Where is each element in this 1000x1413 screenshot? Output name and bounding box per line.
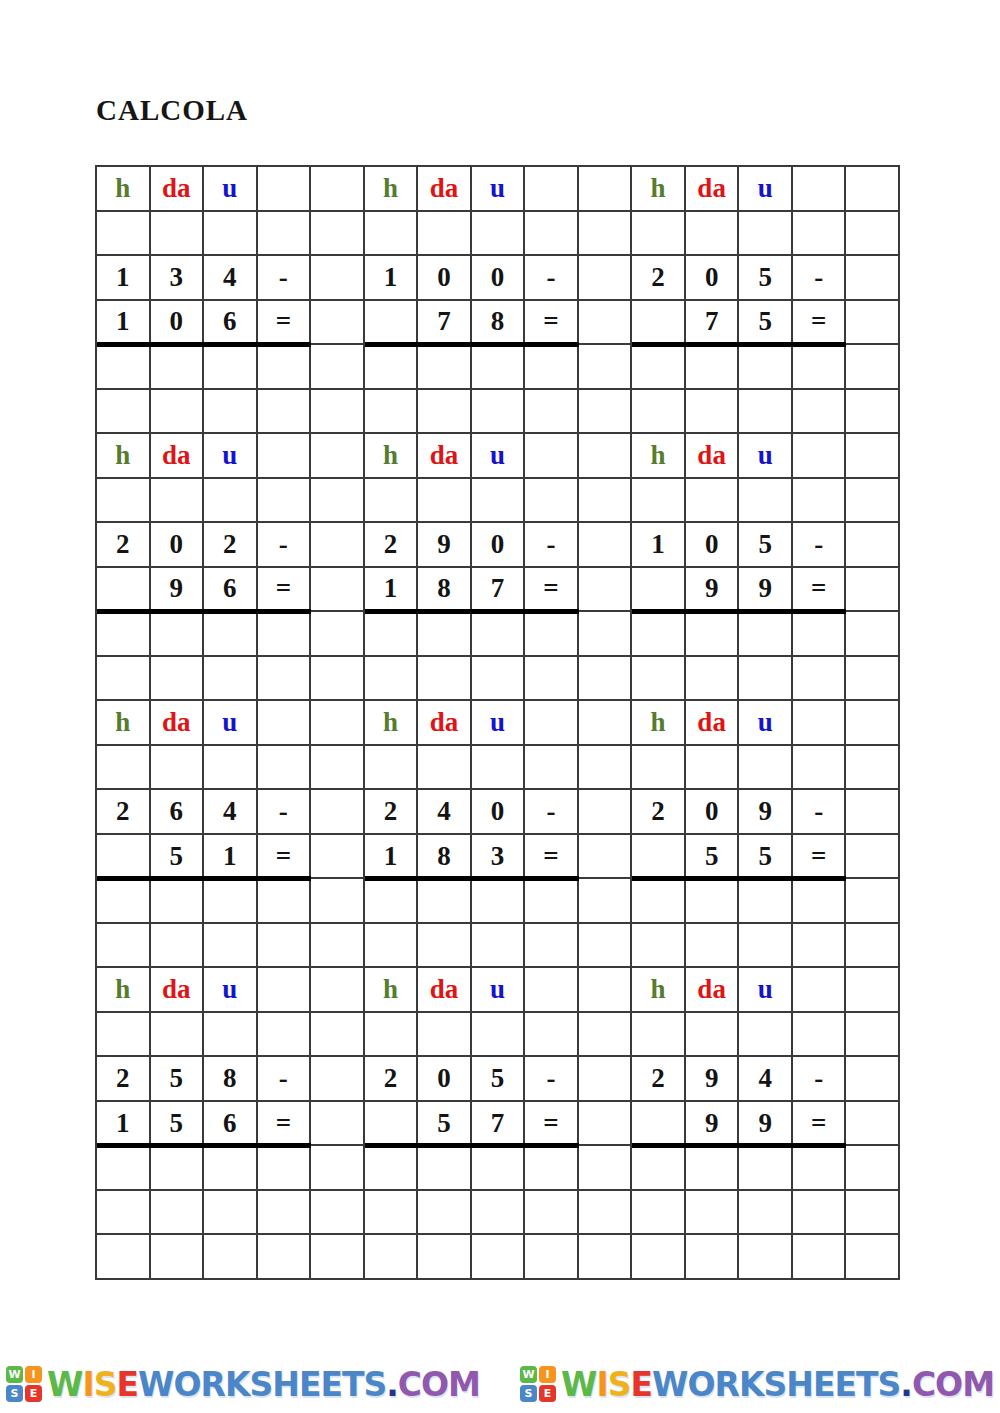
empty-cell bbox=[418, 924, 472, 969]
answer-cell[interactable] bbox=[365, 1146, 419, 1191]
place-header-cell: da bbox=[418, 434, 472, 479]
empty-cell bbox=[739, 924, 793, 969]
answer-cell[interactable] bbox=[793, 612, 847, 657]
digit-cell: 2 bbox=[365, 523, 419, 568]
digit-cell: 5 bbox=[739, 301, 793, 346]
digit-cell: 9 bbox=[739, 568, 793, 613]
empty-cell bbox=[846, 301, 900, 346]
empty-cell bbox=[418, 479, 472, 524]
digit-cell: 4 bbox=[204, 790, 258, 835]
digit-cell: 5 bbox=[739, 523, 793, 568]
wordmark-letter: C bbox=[912, 1365, 935, 1404]
operator-cell: = bbox=[258, 1102, 312, 1147]
digit-cell: 5 bbox=[151, 1102, 205, 1147]
digit-cell: 8 bbox=[472, 301, 526, 346]
empty-cell bbox=[686, 924, 740, 969]
empty-cell bbox=[311, 1191, 365, 1236]
empty-cell bbox=[311, 924, 365, 969]
empty-cell bbox=[365, 1235, 419, 1280]
place-header-cell: da bbox=[686, 434, 740, 479]
empty-cell bbox=[632, 301, 686, 346]
empty-cell bbox=[418, 1235, 472, 1280]
empty-cell bbox=[418, 657, 472, 702]
empty-cell bbox=[204, 1191, 258, 1236]
digit-cell: 3 bbox=[151, 256, 205, 301]
digit-cell: 9 bbox=[686, 1102, 740, 1147]
empty-cell bbox=[311, 523, 365, 568]
answer-cell[interactable] bbox=[632, 879, 686, 924]
empty-cell bbox=[632, 390, 686, 435]
digit-cell: 3 bbox=[472, 835, 526, 880]
operator-cell: - bbox=[525, 523, 579, 568]
place-header-cell: u bbox=[204, 968, 258, 1013]
empty-cell bbox=[258, 701, 312, 746]
empty-cell bbox=[579, 568, 633, 613]
empty-cell bbox=[365, 1191, 419, 1236]
logo-tile: S bbox=[520, 1385, 537, 1402]
place-header-cell: u bbox=[204, 167, 258, 212]
empty-cell bbox=[846, 1013, 900, 1058]
empty-cell bbox=[311, 1146, 365, 1191]
answer-underline bbox=[365, 876, 579, 881]
wordmark-letter: W bbox=[47, 1365, 82, 1404]
empty-cell bbox=[579, 301, 633, 346]
wordmark-letter: S bbox=[249, 1365, 272, 1404]
empty-cell bbox=[525, 746, 579, 791]
place-header-cell: da bbox=[151, 167, 205, 212]
answer-cell[interactable] bbox=[204, 345, 258, 390]
answer-cell[interactable] bbox=[525, 345, 579, 390]
answer-cell[interactable] bbox=[258, 345, 312, 390]
digit-cell: 9 bbox=[686, 1057, 740, 1102]
empty-cell bbox=[472, 212, 526, 257]
answer-cell[interactable] bbox=[258, 1146, 312, 1191]
empty-cell bbox=[258, 1235, 312, 1280]
wordmark-letter: M bbox=[962, 1365, 994, 1404]
empty-cell bbox=[793, 212, 847, 257]
empty-cell bbox=[204, 1235, 258, 1280]
operator-cell: = bbox=[525, 568, 579, 613]
empty-cell bbox=[632, 1102, 686, 1147]
empty-cell bbox=[579, 657, 633, 702]
empty-cell bbox=[579, 256, 633, 301]
wordmark-letter: O bbox=[421, 1365, 448, 1404]
wordmark-letter: T bbox=[856, 1365, 878, 1404]
empty-cell bbox=[365, 1013, 419, 1058]
answer-cell[interactable] bbox=[472, 879, 526, 924]
empty-cell bbox=[846, 657, 900, 702]
answer-cell[interactable] bbox=[632, 1146, 686, 1191]
answer-cell[interactable] bbox=[151, 879, 205, 924]
empty-cell bbox=[311, 835, 365, 880]
empty-cell bbox=[846, 212, 900, 257]
digit-cell: 1 bbox=[97, 301, 151, 346]
wordmark-letter: S bbox=[764, 1365, 787, 1404]
digit-cell: 5 bbox=[151, 835, 205, 880]
empty-cell bbox=[258, 390, 312, 435]
digit-cell: 5 bbox=[151, 1057, 205, 1102]
wordmark-letter: S bbox=[94, 1365, 117, 1404]
answer-cell[interactable] bbox=[151, 345, 205, 390]
place-header-cell: h bbox=[365, 701, 419, 746]
empty-cell bbox=[525, 390, 579, 435]
answer-cell[interactable] bbox=[472, 612, 526, 657]
place-header-cell: h bbox=[365, 434, 419, 479]
empty-cell bbox=[579, 835, 633, 880]
empty-cell bbox=[204, 924, 258, 969]
empty-cell bbox=[365, 479, 419, 524]
digit-cell: 6 bbox=[151, 790, 205, 835]
digit-cell: 6 bbox=[204, 301, 258, 346]
empty-cell bbox=[579, 924, 633, 969]
operator-cell: - bbox=[258, 256, 312, 301]
empty-cell bbox=[151, 1191, 205, 1236]
answer-cell[interactable] bbox=[97, 612, 151, 657]
wordmark-letter: . bbox=[900, 1365, 912, 1404]
place-header-cell: u bbox=[739, 701, 793, 746]
empty-cell bbox=[846, 345, 900, 390]
empty-cell bbox=[311, 657, 365, 702]
wordmark-letter: T bbox=[342, 1365, 364, 1404]
answer-cell[interactable] bbox=[97, 879, 151, 924]
answer-cell[interactable] bbox=[258, 879, 312, 924]
answer-cell[interactable] bbox=[525, 612, 579, 657]
empty-cell bbox=[365, 301, 419, 346]
empty-cell bbox=[365, 390, 419, 435]
answer-underline bbox=[365, 609, 579, 614]
answer-underline bbox=[365, 1143, 579, 1148]
empty-cell bbox=[97, 1013, 151, 1058]
empty-cell bbox=[311, 1057, 365, 1102]
answer-cell[interactable] bbox=[686, 1146, 740, 1191]
empty-cell bbox=[793, 1013, 847, 1058]
place-header-cell: da bbox=[151, 701, 205, 746]
wordmark-letter: O bbox=[687, 1365, 714, 1404]
place-header-cell: h bbox=[97, 968, 151, 1013]
answer-cell[interactable] bbox=[793, 879, 847, 924]
empty-cell bbox=[579, 345, 633, 390]
wordmark-letter: M bbox=[448, 1365, 480, 1404]
empty-cell bbox=[525, 1235, 579, 1280]
empty-cell bbox=[97, 835, 151, 880]
empty-cell bbox=[579, 167, 633, 212]
empty-cell bbox=[793, 746, 847, 791]
answer-cell[interactable] bbox=[739, 612, 793, 657]
empty-cell bbox=[739, 1013, 793, 1058]
footer-wordmark: WISEWORKSHEETS.COM bbox=[561, 1368, 994, 1401]
answer-cell[interactable] bbox=[472, 345, 526, 390]
digit-cell: 0 bbox=[686, 523, 740, 568]
empty-cell bbox=[846, 523, 900, 568]
empty-cell bbox=[151, 1013, 205, 1058]
operator-cell: - bbox=[793, 523, 847, 568]
logo-tile: I bbox=[539, 1366, 556, 1383]
empty-cell bbox=[686, 390, 740, 435]
empty-cell bbox=[525, 1191, 579, 1236]
answer-cell[interactable] bbox=[632, 345, 686, 390]
answer-underline bbox=[632, 609, 846, 614]
digit-cell: 2 bbox=[632, 1057, 686, 1102]
operator-cell: - bbox=[793, 256, 847, 301]
empty-cell bbox=[97, 1235, 151, 1280]
digit-cell: 7 bbox=[686, 301, 740, 346]
wordmark-letter: W bbox=[561, 1365, 596, 1404]
answer-cell[interactable] bbox=[686, 345, 740, 390]
operator-cell: = bbox=[793, 835, 847, 880]
empty-cell bbox=[846, 835, 900, 880]
answer-cell[interactable] bbox=[97, 1146, 151, 1191]
empty-cell bbox=[472, 1191, 526, 1236]
empty-cell bbox=[311, 479, 365, 524]
logo-tile: E bbox=[539, 1385, 556, 1402]
place-header-cell: h bbox=[97, 434, 151, 479]
empty-cell bbox=[258, 212, 312, 257]
wordmark-letter: W bbox=[138, 1365, 173, 1404]
empty-cell bbox=[579, 390, 633, 435]
empty-cell bbox=[793, 924, 847, 969]
digit-cell: 1 bbox=[632, 523, 686, 568]
empty-cell bbox=[579, 1235, 633, 1280]
operator-cell: - bbox=[258, 790, 312, 835]
empty-cell bbox=[311, 301, 365, 346]
wordmark-letter: H bbox=[272, 1365, 299, 1404]
empty-cell bbox=[311, 612, 365, 657]
digit-cell: 1 bbox=[204, 835, 258, 880]
empty-cell bbox=[846, 1235, 900, 1280]
empty-cell bbox=[579, 523, 633, 568]
digit-cell: 8 bbox=[418, 835, 472, 880]
empty-cell bbox=[151, 657, 205, 702]
footer-brand: WISE WISEWORKSHEETS.COM bbox=[520, 1366, 994, 1402]
digit-cell: 2 bbox=[365, 1057, 419, 1102]
empty-cell bbox=[793, 479, 847, 524]
empty-cell bbox=[739, 1235, 793, 1280]
wordmark-letter: S bbox=[878, 1365, 901, 1404]
empty-cell bbox=[686, 657, 740, 702]
worksheet-title: CALCOLA bbox=[96, 94, 248, 127]
operator-cell: = bbox=[258, 568, 312, 613]
wordmark-letter: E bbox=[813, 1365, 835, 1404]
answer-cell[interactable] bbox=[739, 879, 793, 924]
wordmark-letter: K bbox=[739, 1365, 764, 1404]
operator-cell: - bbox=[525, 256, 579, 301]
digit-cell: 9 bbox=[739, 790, 793, 835]
operator-cell: = bbox=[258, 835, 312, 880]
empty-cell bbox=[525, 968, 579, 1013]
empty-cell bbox=[151, 390, 205, 435]
answer-cell[interactable] bbox=[365, 879, 419, 924]
answer-cell[interactable] bbox=[418, 1146, 472, 1191]
digit-cell: 6 bbox=[204, 568, 258, 613]
place-header-cell: da bbox=[686, 968, 740, 1013]
empty-cell bbox=[686, 1191, 740, 1236]
empty-cell bbox=[418, 1013, 472, 1058]
answer-underline bbox=[97, 876, 311, 881]
place-header-cell: da bbox=[418, 701, 472, 746]
empty-cell bbox=[632, 924, 686, 969]
answer-cell[interactable] bbox=[151, 1146, 205, 1191]
wordmark-letter: . bbox=[386, 1365, 398, 1404]
empty-cell bbox=[365, 1102, 419, 1147]
digit-cell: 1 bbox=[365, 835, 419, 880]
digit-cell: 1 bbox=[365, 256, 419, 301]
answer-cell[interactable] bbox=[97, 345, 151, 390]
answer-cell[interactable] bbox=[151, 612, 205, 657]
empty-cell bbox=[311, 701, 365, 746]
digit-cell: 5 bbox=[739, 835, 793, 880]
footer-brand: WISE WISEWORKSHEETS.COM bbox=[6, 1366, 480, 1402]
empty-cell bbox=[311, 1013, 365, 1058]
digit-cell: 2 bbox=[365, 790, 419, 835]
answer-cell[interactable] bbox=[204, 879, 258, 924]
answer-cell[interactable] bbox=[365, 345, 419, 390]
empty-cell bbox=[311, 879, 365, 924]
empty-cell bbox=[579, 1057, 633, 1102]
place-header-cell: u bbox=[739, 968, 793, 1013]
empty-cell bbox=[418, 1191, 472, 1236]
digit-cell: 0 bbox=[686, 790, 740, 835]
digit-cell: 1 bbox=[97, 1102, 151, 1147]
digit-cell: 0 bbox=[686, 256, 740, 301]
empty-cell bbox=[632, 835, 686, 880]
answer-cell[interactable] bbox=[739, 345, 793, 390]
digit-cell: 5 bbox=[739, 256, 793, 301]
answer-cell[interactable] bbox=[258, 612, 312, 657]
empty-cell bbox=[151, 212, 205, 257]
empty-cell bbox=[846, 612, 900, 657]
empty-cell bbox=[579, 479, 633, 524]
empty-cell bbox=[311, 790, 365, 835]
digit-cell: 1 bbox=[365, 568, 419, 613]
empty-cell bbox=[258, 746, 312, 791]
answer-cell[interactable] bbox=[525, 879, 579, 924]
empty-cell bbox=[846, 479, 900, 524]
answer-cell[interactable] bbox=[472, 1146, 526, 1191]
answer-cell[interactable] bbox=[739, 1146, 793, 1191]
empty-cell bbox=[204, 390, 258, 435]
empty-cell bbox=[846, 1102, 900, 1147]
digit-cell: 9 bbox=[686, 568, 740, 613]
empty-cell bbox=[311, 968, 365, 1013]
empty-cell bbox=[739, 390, 793, 435]
operator-cell: = bbox=[525, 1102, 579, 1147]
empty-cell bbox=[311, 434, 365, 479]
answer-cell[interactable] bbox=[418, 612, 472, 657]
answer-underline bbox=[632, 1143, 846, 1148]
wordmark-letter: O bbox=[935, 1365, 962, 1404]
empty-cell bbox=[846, 701, 900, 746]
empty-cell bbox=[739, 212, 793, 257]
empty-cell bbox=[151, 746, 205, 791]
answer-cell[interactable] bbox=[525, 1146, 579, 1191]
empty-cell bbox=[846, 790, 900, 835]
answer-underline bbox=[97, 1143, 311, 1148]
answer-cell[interactable] bbox=[632, 612, 686, 657]
place-header-cell: h bbox=[97, 167, 151, 212]
logo-tile: E bbox=[25, 1385, 42, 1402]
wordmark-letter: O bbox=[173, 1365, 200, 1404]
answer-cell[interactable] bbox=[365, 612, 419, 657]
wordmark-letter: E bbox=[320, 1365, 342, 1404]
empty-cell bbox=[686, 479, 740, 524]
operator-cell: - bbox=[258, 1057, 312, 1102]
empty-cell bbox=[739, 479, 793, 524]
logo-tile: W bbox=[520, 1366, 537, 1383]
answer-cell[interactable] bbox=[793, 345, 847, 390]
empty-cell bbox=[311, 212, 365, 257]
empty-cell bbox=[525, 1013, 579, 1058]
answer-cell[interactable] bbox=[204, 612, 258, 657]
digit-cell: 7 bbox=[472, 1102, 526, 1147]
digit-cell: 2 bbox=[97, 1057, 151, 1102]
empty-cell bbox=[472, 479, 526, 524]
place-header-cell: da bbox=[686, 167, 740, 212]
empty-cell bbox=[739, 1191, 793, 1236]
empty-cell bbox=[311, 345, 365, 390]
place-header-cell: da bbox=[151, 434, 205, 479]
empty-cell bbox=[258, 479, 312, 524]
wordmark-letter: I bbox=[596, 1365, 607, 1404]
digit-cell: 9 bbox=[418, 523, 472, 568]
digit-cell: 0 bbox=[151, 301, 205, 346]
empty-cell bbox=[793, 968, 847, 1013]
operator-cell: = bbox=[793, 1102, 847, 1147]
empty-cell bbox=[846, 256, 900, 301]
empty-cell bbox=[472, 746, 526, 791]
digit-cell: 2 bbox=[97, 790, 151, 835]
wordmark-letter: R bbox=[200, 1365, 224, 1404]
empty-cell bbox=[579, 746, 633, 791]
empty-cell bbox=[579, 790, 633, 835]
answer-cell[interactable] bbox=[686, 612, 740, 657]
empty-cell bbox=[686, 746, 740, 791]
empty-cell bbox=[97, 746, 151, 791]
answer-cell[interactable] bbox=[793, 1146, 847, 1191]
empty-cell bbox=[525, 434, 579, 479]
answer-cell[interactable] bbox=[418, 879, 472, 924]
place-header-cell: da bbox=[418, 968, 472, 1013]
answer-cell[interactable] bbox=[686, 879, 740, 924]
empty-cell bbox=[204, 746, 258, 791]
answer-cell[interactable] bbox=[204, 1146, 258, 1191]
empty-cell bbox=[686, 1235, 740, 1280]
answer-cell[interactable] bbox=[418, 345, 472, 390]
empty-cell bbox=[793, 434, 847, 479]
empty-cell bbox=[258, 167, 312, 212]
digit-cell: 8 bbox=[418, 568, 472, 613]
digit-cell: 4 bbox=[739, 1057, 793, 1102]
place-header-cell: h bbox=[632, 167, 686, 212]
empty-cell bbox=[258, 968, 312, 1013]
empty-cell bbox=[579, 701, 633, 746]
empty-cell bbox=[632, 746, 686, 791]
wordmark-letter: K bbox=[225, 1365, 250, 1404]
place-header-cell: u bbox=[472, 434, 526, 479]
empty-cell bbox=[472, 924, 526, 969]
digit-cell: 0 bbox=[472, 256, 526, 301]
empty-cell bbox=[632, 1235, 686, 1280]
empty-cell bbox=[97, 479, 151, 524]
empty-cell bbox=[793, 1235, 847, 1280]
empty-cell bbox=[793, 390, 847, 435]
wordmark-letter: E bbox=[299, 1365, 321, 1404]
digit-cell: 4 bbox=[418, 790, 472, 835]
operator-cell: = bbox=[258, 301, 312, 346]
empty-cell bbox=[472, 390, 526, 435]
empty-cell bbox=[97, 568, 151, 613]
wordmark-letter: E bbox=[834, 1365, 856, 1404]
empty-cell bbox=[632, 568, 686, 613]
